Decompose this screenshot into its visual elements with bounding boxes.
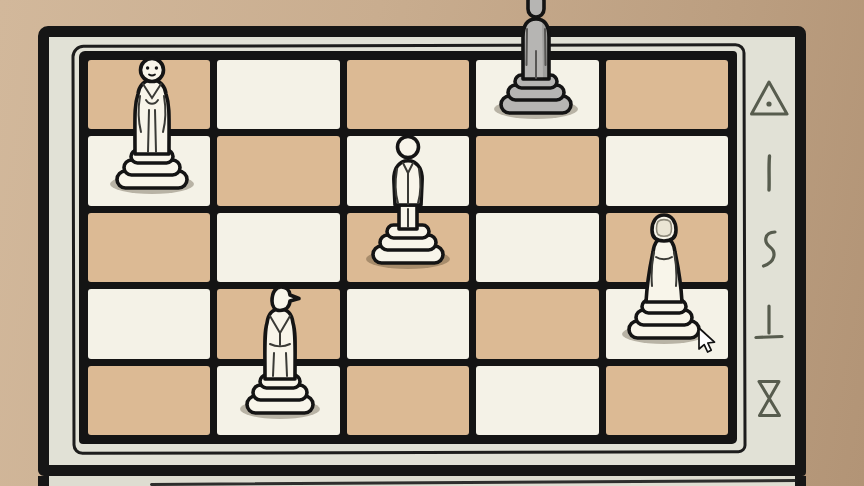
white-monk-statue[interactable] bbox=[104, 46, 200, 196]
inverted-t-glyph bbox=[747, 301, 791, 345]
monk-statue-svg bbox=[104, 46, 200, 196]
board-cell-c5[interactable] bbox=[347, 366, 469, 435]
board-cell-d5[interactable] bbox=[476, 366, 598, 435]
s-curve-icon bbox=[747, 226, 791, 270]
s-curve-glyph bbox=[747, 226, 791, 270]
board-cell-d3[interactable] bbox=[476, 213, 598, 282]
gray-statue-svg bbox=[488, 0, 584, 121]
hourglass-icon bbox=[747, 376, 791, 420]
suited-statue-svg bbox=[360, 121, 456, 271]
board-cell-e5[interactable] bbox=[606, 366, 728, 435]
board-cell-c1[interactable] bbox=[347, 60, 469, 129]
robed-statue-svg bbox=[616, 196, 712, 346]
mouse-cursor bbox=[694, 326, 718, 354]
board-cell-d2[interactable] bbox=[476, 136, 598, 205]
board-cell-b1[interactable] bbox=[217, 60, 339, 129]
board-cell-a3[interactable] bbox=[88, 213, 210, 282]
hourglass-glyph bbox=[747, 376, 791, 420]
white-suited-statue[interactable] bbox=[360, 121, 456, 271]
board-cell-d4[interactable] bbox=[476, 289, 598, 358]
triangle-with-dot-glyph bbox=[747, 76, 791, 120]
bird-statue-svg bbox=[232, 271, 328, 421]
board-cell-a4[interactable] bbox=[88, 289, 210, 358]
board-cell-c4[interactable] bbox=[347, 289, 469, 358]
vertical-line-glyph bbox=[747, 151, 791, 195]
triangle-with-dot-icon bbox=[747, 76, 791, 120]
inverted-t-icon bbox=[747, 301, 791, 345]
gray-opponent-statue[interactable] bbox=[488, 0, 584, 121]
white-robed-statue[interactable] bbox=[616, 196, 712, 346]
cursor-arrow-icon bbox=[694, 326, 718, 354]
board-cell-a5[interactable] bbox=[88, 366, 210, 435]
board-cell-e1[interactable] bbox=[606, 60, 728, 129]
vertical-line-icon bbox=[747, 151, 791, 195]
game-stage bbox=[0, 0, 864, 486]
board-cell-b2[interactable] bbox=[217, 136, 339, 205]
white-bird-statue[interactable] bbox=[232, 271, 328, 421]
